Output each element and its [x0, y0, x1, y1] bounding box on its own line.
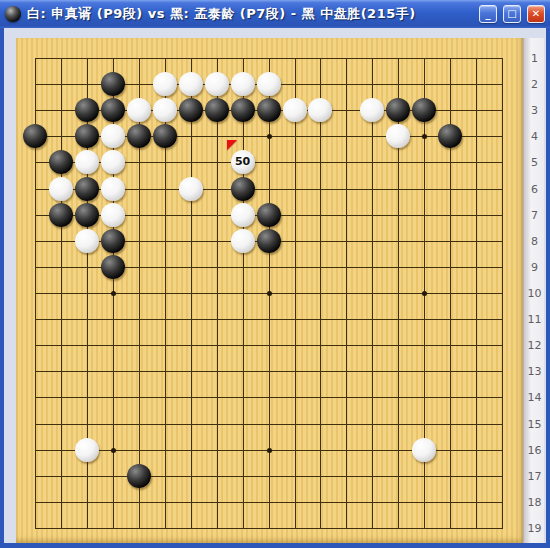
stone-white — [101, 177, 125, 201]
grid-line-h — [35, 345, 503, 346]
stone-white — [386, 124, 410, 148]
stone-black — [49, 150, 73, 174]
title-bar[interactable]: 白: 申真谞 (P9段) vs 黑: 孟泰龄 (P7段) - 黑 中盘胜(215… — [0, 0, 550, 28]
stone-white — [75, 229, 99, 253]
stone-black — [75, 203, 99, 227]
row-coordinate-strip: 12345678910111213141516171819 — [523, 38, 544, 543]
window-title: 白: 申真谞 (P9段) vs 黑: 孟泰龄 (P7段) - 黑 中盘胜(215… — [27, 5, 473, 23]
minimize-button[interactable]: _ — [479, 5, 497, 23]
stone-white — [101, 124, 125, 148]
stone-black — [75, 177, 99, 201]
stone-black — [127, 464, 151, 488]
grid-line-h — [35, 502, 503, 503]
row-label: 6 — [524, 183, 545, 196]
stone-black — [101, 229, 125, 253]
stone-white — [75, 150, 99, 174]
stone-black — [23, 124, 47, 148]
stone-white — [153, 72, 177, 96]
stone-white — [49, 177, 73, 201]
grid-line-v — [502, 58, 503, 529]
row-label: 8 — [524, 235, 545, 248]
stone-white — [179, 72, 203, 96]
stone-white — [179, 177, 203, 201]
stone-black — [257, 98, 281, 122]
stone-white — [127, 98, 151, 122]
grid-line-v — [346, 58, 347, 529]
row-label: 15 — [524, 418, 545, 431]
stone-white-last-move: 50 — [231, 150, 255, 174]
stone-black — [153, 124, 177, 148]
grid-line-h — [35, 476, 503, 477]
star-point — [267, 448, 272, 453]
go-stone-icon — [5, 6, 21, 22]
stone-white — [283, 98, 307, 122]
stone-black — [257, 203, 281, 227]
stone-white — [101, 203, 125, 227]
star-point — [267, 134, 272, 139]
star-point — [267, 291, 272, 296]
grid-line-h — [35, 319, 503, 320]
stone-black — [179, 98, 203, 122]
grid-line-h — [35, 371, 503, 372]
row-label: 10 — [524, 287, 545, 300]
app-window: 白: 申真谞 (P9段) vs 黑: 孟泰龄 (P7段) - 黑 中盘胜(215… — [0, 0, 550, 548]
grid-line-h — [35, 528, 503, 529]
stone-white — [75, 438, 99, 462]
stone-black — [101, 72, 125, 96]
stone-black — [412, 98, 436, 122]
star-point — [422, 134, 427, 139]
stone-black — [101, 255, 125, 279]
star-point — [111, 448, 116, 453]
stone-white — [231, 72, 255, 96]
row-label: 18 — [524, 496, 545, 509]
row-label: 3 — [524, 104, 545, 117]
stone-black — [257, 229, 281, 253]
stone-black — [231, 177, 255, 201]
stone-white — [360, 98, 384, 122]
stone-white — [308, 98, 332, 122]
row-label: 9 — [524, 261, 545, 274]
grid-line-h — [35, 424, 503, 425]
row-label: 7 — [524, 209, 545, 222]
stone-black — [438, 124, 462, 148]
grid-line-v — [320, 58, 321, 529]
stone-white — [231, 203, 255, 227]
grid-line-v — [295, 58, 296, 529]
row-label: 17 — [524, 470, 545, 483]
stone-black — [231, 98, 255, 122]
row-label: 16 — [524, 444, 545, 457]
row-label: 5 — [524, 156, 545, 169]
star-point — [111, 291, 116, 296]
last-move-marker-icon — [227, 140, 237, 150]
star-point — [422, 291, 427, 296]
row-label: 11 — [524, 313, 545, 326]
stone-white — [153, 98, 177, 122]
row-label: 19 — [524, 522, 545, 535]
stone-black — [75, 98, 99, 122]
row-label: 4 — [524, 130, 545, 143]
stone-white — [257, 72, 281, 96]
row-label: 2 — [524, 78, 545, 91]
stone-white — [101, 150, 125, 174]
grid-line-v — [372, 58, 373, 529]
row-label: 1 — [524, 52, 545, 65]
stone-black — [386, 98, 410, 122]
grid-line-h — [35, 397, 503, 398]
stone-white — [205, 72, 229, 96]
stone-white — [412, 438, 436, 462]
row-label: 12 — [524, 339, 545, 352]
grid-line-v — [476, 58, 477, 529]
row-label: 14 — [524, 391, 545, 404]
row-label: 13 — [524, 365, 545, 378]
move-number-label: 50 — [231, 150, 255, 174]
maximize-button[interactable]: □ — [503, 5, 521, 23]
stone-white — [231, 229, 255, 253]
stone-black — [205, 98, 229, 122]
close-button[interactable]: ✕ — [527, 5, 545, 23]
stone-black — [75, 124, 99, 148]
stone-black — [49, 203, 73, 227]
stone-black — [101, 98, 125, 122]
stone-black — [127, 124, 151, 148]
go-board: 50 — [16, 38, 523, 543]
